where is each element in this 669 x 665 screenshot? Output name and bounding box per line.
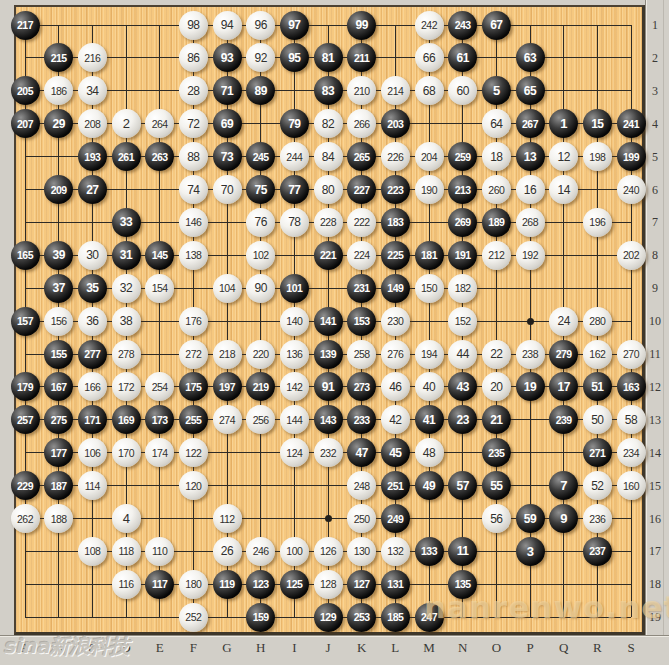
stone-272-F11: 272: [179, 340, 208, 369]
stone-254-E12: 254: [145, 372, 174, 401]
row-label-12: 12: [649, 379, 661, 394]
stone-17-Q12: 17: [549, 372, 578, 401]
stone-278-D11: 278: [112, 340, 141, 369]
stone-108-C17: 108: [78, 537, 107, 566]
stone-197-G12: 197: [213, 372, 242, 401]
stone-273-K12: 273: [347, 372, 376, 401]
stone-75-H6: 75: [246, 175, 275, 204]
stone-59-P16: 59: [516, 504, 545, 533]
stone-159-H19: 159: [246, 603, 275, 632]
stone-80-J6: 80: [314, 175, 343, 204]
row-label-7: 7: [652, 215, 658, 230]
col-label-K: K: [357, 640, 366, 656]
stone-219-H12: 219: [246, 372, 275, 401]
stone-3-P17: 3: [516, 537, 545, 566]
stone-179-A12: 179: [11, 372, 40, 401]
stone-268-P7: 268: [516, 208, 545, 237]
row-label-14: 14: [649, 445, 661, 460]
stone-40-M12: 40: [415, 372, 444, 401]
stone-208-C4: 208: [78, 109, 107, 138]
stone-142-I12: 142: [280, 372, 309, 401]
stone-46-L12: 46: [381, 372, 410, 401]
stone-56-O16: 56: [482, 504, 511, 533]
stone-27-C6: 27: [78, 175, 107, 204]
stone-90-H9: 90: [246, 274, 275, 303]
stone-72-F4: 72: [179, 109, 208, 138]
stone-173-E13: 173: [145, 405, 174, 434]
stone-69-G4: 69: [213, 109, 242, 138]
watermark-nanrenwo: nanrenwo.net: [424, 589, 669, 625]
row-label-1: 1: [652, 18, 658, 33]
stone-49-M15: 49: [415, 471, 444, 500]
stone-204-M5: 204: [415, 142, 444, 171]
stone-243-N1: 243: [448, 11, 477, 40]
col-label-G: G: [222, 640, 231, 656]
stone-12-Q5: 12: [549, 142, 578, 171]
stone-83-J3: 83: [314, 76, 343, 105]
col-label-O: O: [492, 640, 501, 656]
stone-124-I14: 124: [280, 438, 309, 467]
stone-153-K10: 153: [347, 307, 376, 336]
stone-73-G5: 73: [213, 142, 242, 171]
stone-270-S11: 270: [617, 340, 646, 369]
stone-240-S6: 240: [617, 175, 646, 204]
stone-102-H8: 102: [246, 241, 275, 270]
stone-91-J12: 91: [314, 372, 343, 401]
stone-86-F2: 86: [179, 43, 208, 72]
stone-213-N6: 213: [448, 175, 477, 204]
stone-123-H18: 123: [246, 570, 275, 599]
stone-38-D10: 38: [112, 307, 141, 336]
stone-230-L10: 230: [381, 307, 410, 336]
stone-77-I6: 77: [280, 175, 309, 204]
stone-32-D9: 32: [112, 274, 141, 303]
row-label-11: 11: [649, 347, 661, 362]
stone-257-A13: 257: [11, 405, 40, 434]
stone-190-M6: 190: [415, 175, 444, 204]
stone-71-G3: 71: [213, 76, 242, 105]
stone-203-L4: 203: [381, 109, 410, 138]
stone-207-A4: 207: [11, 109, 40, 138]
watermark-sina: sina新浪科技: [3, 633, 130, 660]
grid-line-horizontal-15: [25, 485, 631, 486]
stone-192-P8: 192: [516, 241, 545, 270]
go-board: ABCDEFGHIJKLMNOPQRS123456789101112131415…: [0, 0, 669, 665]
stone-14-Q6: 14: [549, 175, 578, 204]
col-label-L: L: [391, 640, 399, 656]
stone-263-E5: 263: [145, 142, 174, 171]
stone-252-F19: 252: [179, 603, 208, 632]
star-point-J16: [325, 515, 332, 522]
row-label-6: 6: [652, 182, 658, 197]
stone-216-C2: 216: [78, 43, 107, 72]
stone-28-F3: 28: [179, 76, 208, 105]
stone-266-K4: 266: [347, 109, 376, 138]
stone-155-B11: 155: [44, 340, 73, 369]
stone-205-A3: 205: [11, 76, 40, 105]
stone-150-M9: 150: [415, 274, 444, 303]
row-label-4: 4: [652, 116, 658, 131]
stone-52-R15: 52: [583, 471, 612, 500]
stone-172-D12: 172: [112, 372, 141, 401]
stone-44-N11: 44: [448, 340, 477, 369]
stone-68-M3: 68: [415, 76, 444, 105]
stone-187-B15: 187: [44, 471, 73, 500]
stone-177-B14: 177: [44, 438, 73, 467]
stone-217-A1: 217: [11, 11, 40, 40]
stone-129-J19: 129: [314, 603, 343, 632]
stone-4-D16: 4: [112, 504, 141, 533]
stone-260-O6: 260: [482, 175, 511, 204]
row-label-2: 2: [652, 50, 658, 65]
stone-163-S12: 163: [617, 372, 646, 401]
stone-132-L17: 132: [381, 537, 410, 566]
col-label-F: F: [190, 640, 197, 656]
stone-63-P2: 63: [516, 43, 545, 72]
stone-26-G17: 26: [213, 537, 242, 566]
stone-210-K3: 210: [347, 76, 376, 105]
stone-39-B8: 39: [44, 241, 73, 270]
row-label-5: 5: [652, 149, 658, 164]
stone-7-Q15: 7: [549, 471, 578, 500]
stone-84-J5: 84: [314, 142, 343, 171]
stone-51-R12: 51: [583, 372, 612, 401]
stone-256-H13: 256: [246, 405, 275, 434]
stone-2-D4: 2: [112, 109, 141, 138]
stone-264-E4: 264: [145, 109, 174, 138]
stone-171-C13: 171: [78, 405, 107, 434]
stone-232-J14: 232: [314, 438, 343, 467]
stone-93-G2: 93: [213, 43, 242, 72]
stone-186-B3: 186: [44, 76, 73, 105]
stone-235-O14: 235: [482, 438, 511, 467]
stone-65-P3: 65: [516, 76, 545, 105]
stone-100-I17: 100: [280, 537, 309, 566]
stone-191-N8: 191: [448, 241, 477, 270]
stone-276-L11: 276: [381, 340, 410, 369]
stone-280-R10: 280: [583, 307, 612, 336]
stone-99-K1: 99: [347, 11, 376, 40]
row-label-17: 17: [649, 544, 661, 559]
stone-149-L9: 149: [381, 274, 410, 303]
stone-128-J18: 128: [314, 570, 343, 599]
stone-13-P5: 13: [516, 142, 545, 171]
stone-211-K2: 211: [347, 43, 376, 72]
stone-182-N9: 182: [448, 274, 477, 303]
stone-35-C9: 35: [78, 274, 107, 303]
stone-269-N7: 269: [448, 208, 477, 237]
row-label-15: 15: [649, 478, 661, 493]
stone-233-K13: 233: [347, 405, 376, 434]
stone-236-R16: 236: [583, 504, 612, 533]
grid-line-vertical-M: [429, 25, 430, 617]
stone-139-J11: 139: [314, 340, 343, 369]
stone-127-K18: 127: [347, 570, 376, 599]
stone-146-F7: 146: [179, 208, 208, 237]
col-label-R: R: [593, 640, 602, 656]
stone-66-M2: 66: [415, 43, 444, 72]
stone-117-E18: 117: [145, 570, 174, 599]
stone-104-G9: 104: [213, 274, 242, 303]
stone-58-S13: 58: [617, 405, 646, 434]
stone-214-L3: 214: [381, 76, 410, 105]
stone-9-Q16: 9: [549, 504, 578, 533]
stone-274-G13: 274: [213, 405, 242, 434]
col-label-I: I: [292, 640, 296, 656]
stone-279-Q11: 279: [549, 340, 578, 369]
stone-226-L5: 226: [381, 142, 410, 171]
stone-248-K15: 248: [347, 471, 376, 500]
stone-253-K19: 253: [347, 603, 376, 632]
stone-242-M1: 242: [415, 11, 444, 40]
stone-188-B16: 188: [44, 504, 73, 533]
stone-61-N2: 61: [448, 43, 477, 72]
col-label-J: J: [325, 640, 330, 656]
stone-156-B10: 156: [44, 307, 73, 336]
stone-31-D8: 31: [112, 241, 141, 270]
stone-223-L6: 223: [381, 175, 410, 204]
stone-23-N13: 23: [448, 405, 477, 434]
row-label-3: 3: [652, 83, 658, 98]
col-label-H: H: [256, 640, 265, 656]
stone-145-E8: 145: [145, 241, 174, 270]
stone-21-O13: 21: [482, 405, 511, 434]
stone-5-O3: 5: [482, 76, 511, 105]
stone-231-K9: 231: [347, 274, 376, 303]
stone-114-C15: 114: [78, 471, 107, 500]
stone-220-H11: 220: [246, 340, 275, 369]
stone-261-D5: 261: [112, 142, 141, 171]
stone-57-N15: 57: [448, 471, 477, 500]
stone-215-B2: 215: [44, 43, 73, 72]
stone-70-G6: 70: [213, 175, 242, 204]
stone-237-R17: 237: [583, 537, 612, 566]
stone-175-F12: 175: [179, 372, 208, 401]
stone-251-L15: 251: [381, 471, 410, 500]
col-label-N: N: [458, 640, 467, 656]
row-label-9: 9: [652, 281, 658, 296]
stone-160-S15: 160: [617, 471, 646, 500]
stone-238-P11: 238: [516, 340, 545, 369]
stone-157-A10: 157: [11, 307, 40, 336]
stone-239-Q13: 239: [549, 405, 578, 434]
stone-33-D7: 33: [112, 208, 141, 237]
stone-154-E9: 154: [145, 274, 174, 303]
stone-18-O5: 18: [482, 142, 511, 171]
stone-67-O1: 67: [482, 11, 511, 40]
stone-29-B4: 29: [44, 109, 73, 138]
star-point-P10: [527, 318, 534, 325]
row-label-8: 8: [652, 248, 658, 263]
stone-110-E17: 110: [145, 537, 174, 566]
stone-174-E14: 174: [145, 438, 174, 467]
stone-89-H3: 89: [246, 76, 275, 105]
stone-130-K17: 130: [347, 537, 376, 566]
stone-228-J7: 228: [314, 208, 343, 237]
stone-45-L14: 45: [381, 438, 410, 467]
stone-249-L16: 249: [381, 504, 410, 533]
stone-82-J4: 82: [314, 109, 343, 138]
stone-43-N12: 43: [448, 372, 477, 401]
stone-212-O8: 212: [482, 241, 511, 270]
stone-122-F14: 122: [179, 438, 208, 467]
col-label-P: P: [526, 640, 533, 656]
stone-189-O7: 189: [482, 208, 511, 237]
stone-221-J8: 221: [314, 241, 343, 270]
stone-48-M14: 48: [415, 438, 444, 467]
col-label-S: S: [627, 640, 634, 656]
row-label-10: 10: [649, 314, 661, 329]
stone-81-J2: 81: [314, 43, 343, 72]
stone-218-G11: 218: [213, 340, 242, 369]
stone-97-I1: 97: [280, 11, 309, 40]
stone-94-G1: 94: [213, 11, 242, 40]
stone-15-R4: 15: [583, 109, 612, 138]
stone-34-C3: 34: [78, 76, 107, 105]
stone-194-M11: 194: [415, 340, 444, 369]
col-label-M: M: [423, 640, 435, 656]
stone-88-F5: 88: [179, 142, 208, 171]
stone-131-L18: 131: [381, 570, 410, 599]
stone-167-B12: 167: [44, 372, 73, 401]
stone-165-A8: 165: [11, 241, 40, 270]
col-label-E: E: [156, 640, 164, 656]
stone-1-Q4: 1: [549, 109, 578, 138]
stone-143-J13: 143: [314, 405, 343, 434]
stone-116-D18: 116: [112, 570, 141, 599]
stone-258-K11: 258: [347, 340, 376, 369]
stone-183-L7: 183: [381, 208, 410, 237]
stone-202-S8: 202: [617, 241, 646, 270]
stone-255-F13: 255: [179, 405, 208, 434]
stone-144-I13: 144: [280, 405, 309, 434]
go-kifu-screenshot: ABCDEFGHIJKLMNOPQRS123456789101112131415…: [0, 0, 669, 665]
col-label-Q: Q: [559, 640, 568, 656]
stone-169-D13: 169: [112, 405, 141, 434]
stone-106-C14: 106: [78, 438, 107, 467]
stone-199-S5: 199: [617, 142, 646, 171]
stone-50-R13: 50: [583, 405, 612, 434]
stone-244-I5: 244: [280, 142, 309, 171]
stone-196-R7: 196: [583, 208, 612, 237]
stone-76-H7: 76: [246, 208, 275, 237]
stone-24-Q10: 24: [549, 307, 578, 336]
stone-64-O4: 64: [482, 109, 511, 138]
stone-11-N17: 11: [448, 537, 477, 566]
stone-225-L8: 225: [381, 241, 410, 270]
stone-16-P6: 16: [516, 175, 545, 204]
stone-185-L19: 185: [381, 603, 410, 632]
stone-22-O11: 22: [482, 340, 511, 369]
stone-60-N3: 60: [448, 76, 477, 105]
stone-133-M17: 133: [415, 537, 444, 566]
stone-36-C10: 36: [78, 307, 107, 336]
stone-275-B13: 275: [44, 405, 73, 434]
stone-20-O12: 20: [482, 372, 511, 401]
stone-141-J10: 141: [314, 307, 343, 336]
stone-250-K16: 250: [347, 504, 376, 533]
stone-126-J17: 126: [314, 537, 343, 566]
stone-245-H5: 245: [246, 142, 275, 171]
stone-152-N10: 152: [448, 307, 477, 336]
stone-47-K14: 47: [347, 438, 376, 467]
stone-259-N5: 259: [448, 142, 477, 171]
stone-180-F18: 180: [179, 570, 208, 599]
stone-19-P12: 19: [516, 372, 545, 401]
stone-209-B6: 209: [44, 175, 73, 204]
stone-42-L13: 42: [381, 405, 410, 434]
stone-277-C11: 277: [78, 340, 107, 369]
stone-265-K5: 265: [347, 142, 376, 171]
stone-271-R14: 271: [583, 438, 612, 467]
stone-262-A16: 262: [11, 504, 40, 533]
stone-193-C5: 193: [78, 142, 107, 171]
stone-96-H1: 96: [246, 11, 275, 40]
stone-241-S4: 241: [617, 109, 646, 138]
stone-55-O15: 55: [482, 471, 511, 500]
stone-98-F1: 98: [179, 11, 208, 40]
stone-37-B9: 37: [44, 274, 73, 303]
stone-92-H2: 92: [246, 43, 275, 72]
stone-78-I7: 78: [280, 208, 309, 237]
stone-95-I2: 95: [280, 43, 309, 72]
stone-227-K6: 227: [347, 175, 376, 204]
stone-267-P4: 267: [516, 109, 545, 138]
stone-162-R11: 162: [583, 340, 612, 369]
stone-30-C8: 30: [78, 241, 107, 270]
stone-120-F15: 120: [179, 471, 208, 500]
stone-118-D17: 118: [112, 537, 141, 566]
stone-101-I9: 101: [280, 274, 309, 303]
stone-198-R5: 198: [583, 142, 612, 171]
stone-136-I11: 136: [280, 340, 309, 369]
stone-181-M8: 181: [415, 241, 444, 270]
stone-119-G18: 119: [213, 570, 242, 599]
stone-125-I18: 125: [280, 570, 309, 599]
stone-74-F6: 74: [179, 175, 208, 204]
stone-222-K7: 222: [347, 208, 376, 237]
stone-79-I4: 79: [280, 109, 309, 138]
stone-234-S14: 234: [617, 438, 646, 467]
stone-138-F8: 138: [179, 241, 208, 270]
stone-246-H17: 246: [246, 537, 275, 566]
row-label-13: 13: [649, 412, 661, 427]
stone-41-M13: 41: [415, 405, 444, 434]
row-label-16: 16: [649, 511, 661, 526]
stone-140-I10: 140: [280, 307, 309, 336]
stone-229-A15: 229: [11, 471, 40, 500]
stone-176-F10: 176: [179, 307, 208, 336]
stone-112-G16: 112: [213, 504, 242, 533]
stone-224-K8: 224: [347, 241, 376, 270]
stone-170-D14: 170: [112, 438, 141, 467]
stone-166-C12: 166: [78, 372, 107, 401]
